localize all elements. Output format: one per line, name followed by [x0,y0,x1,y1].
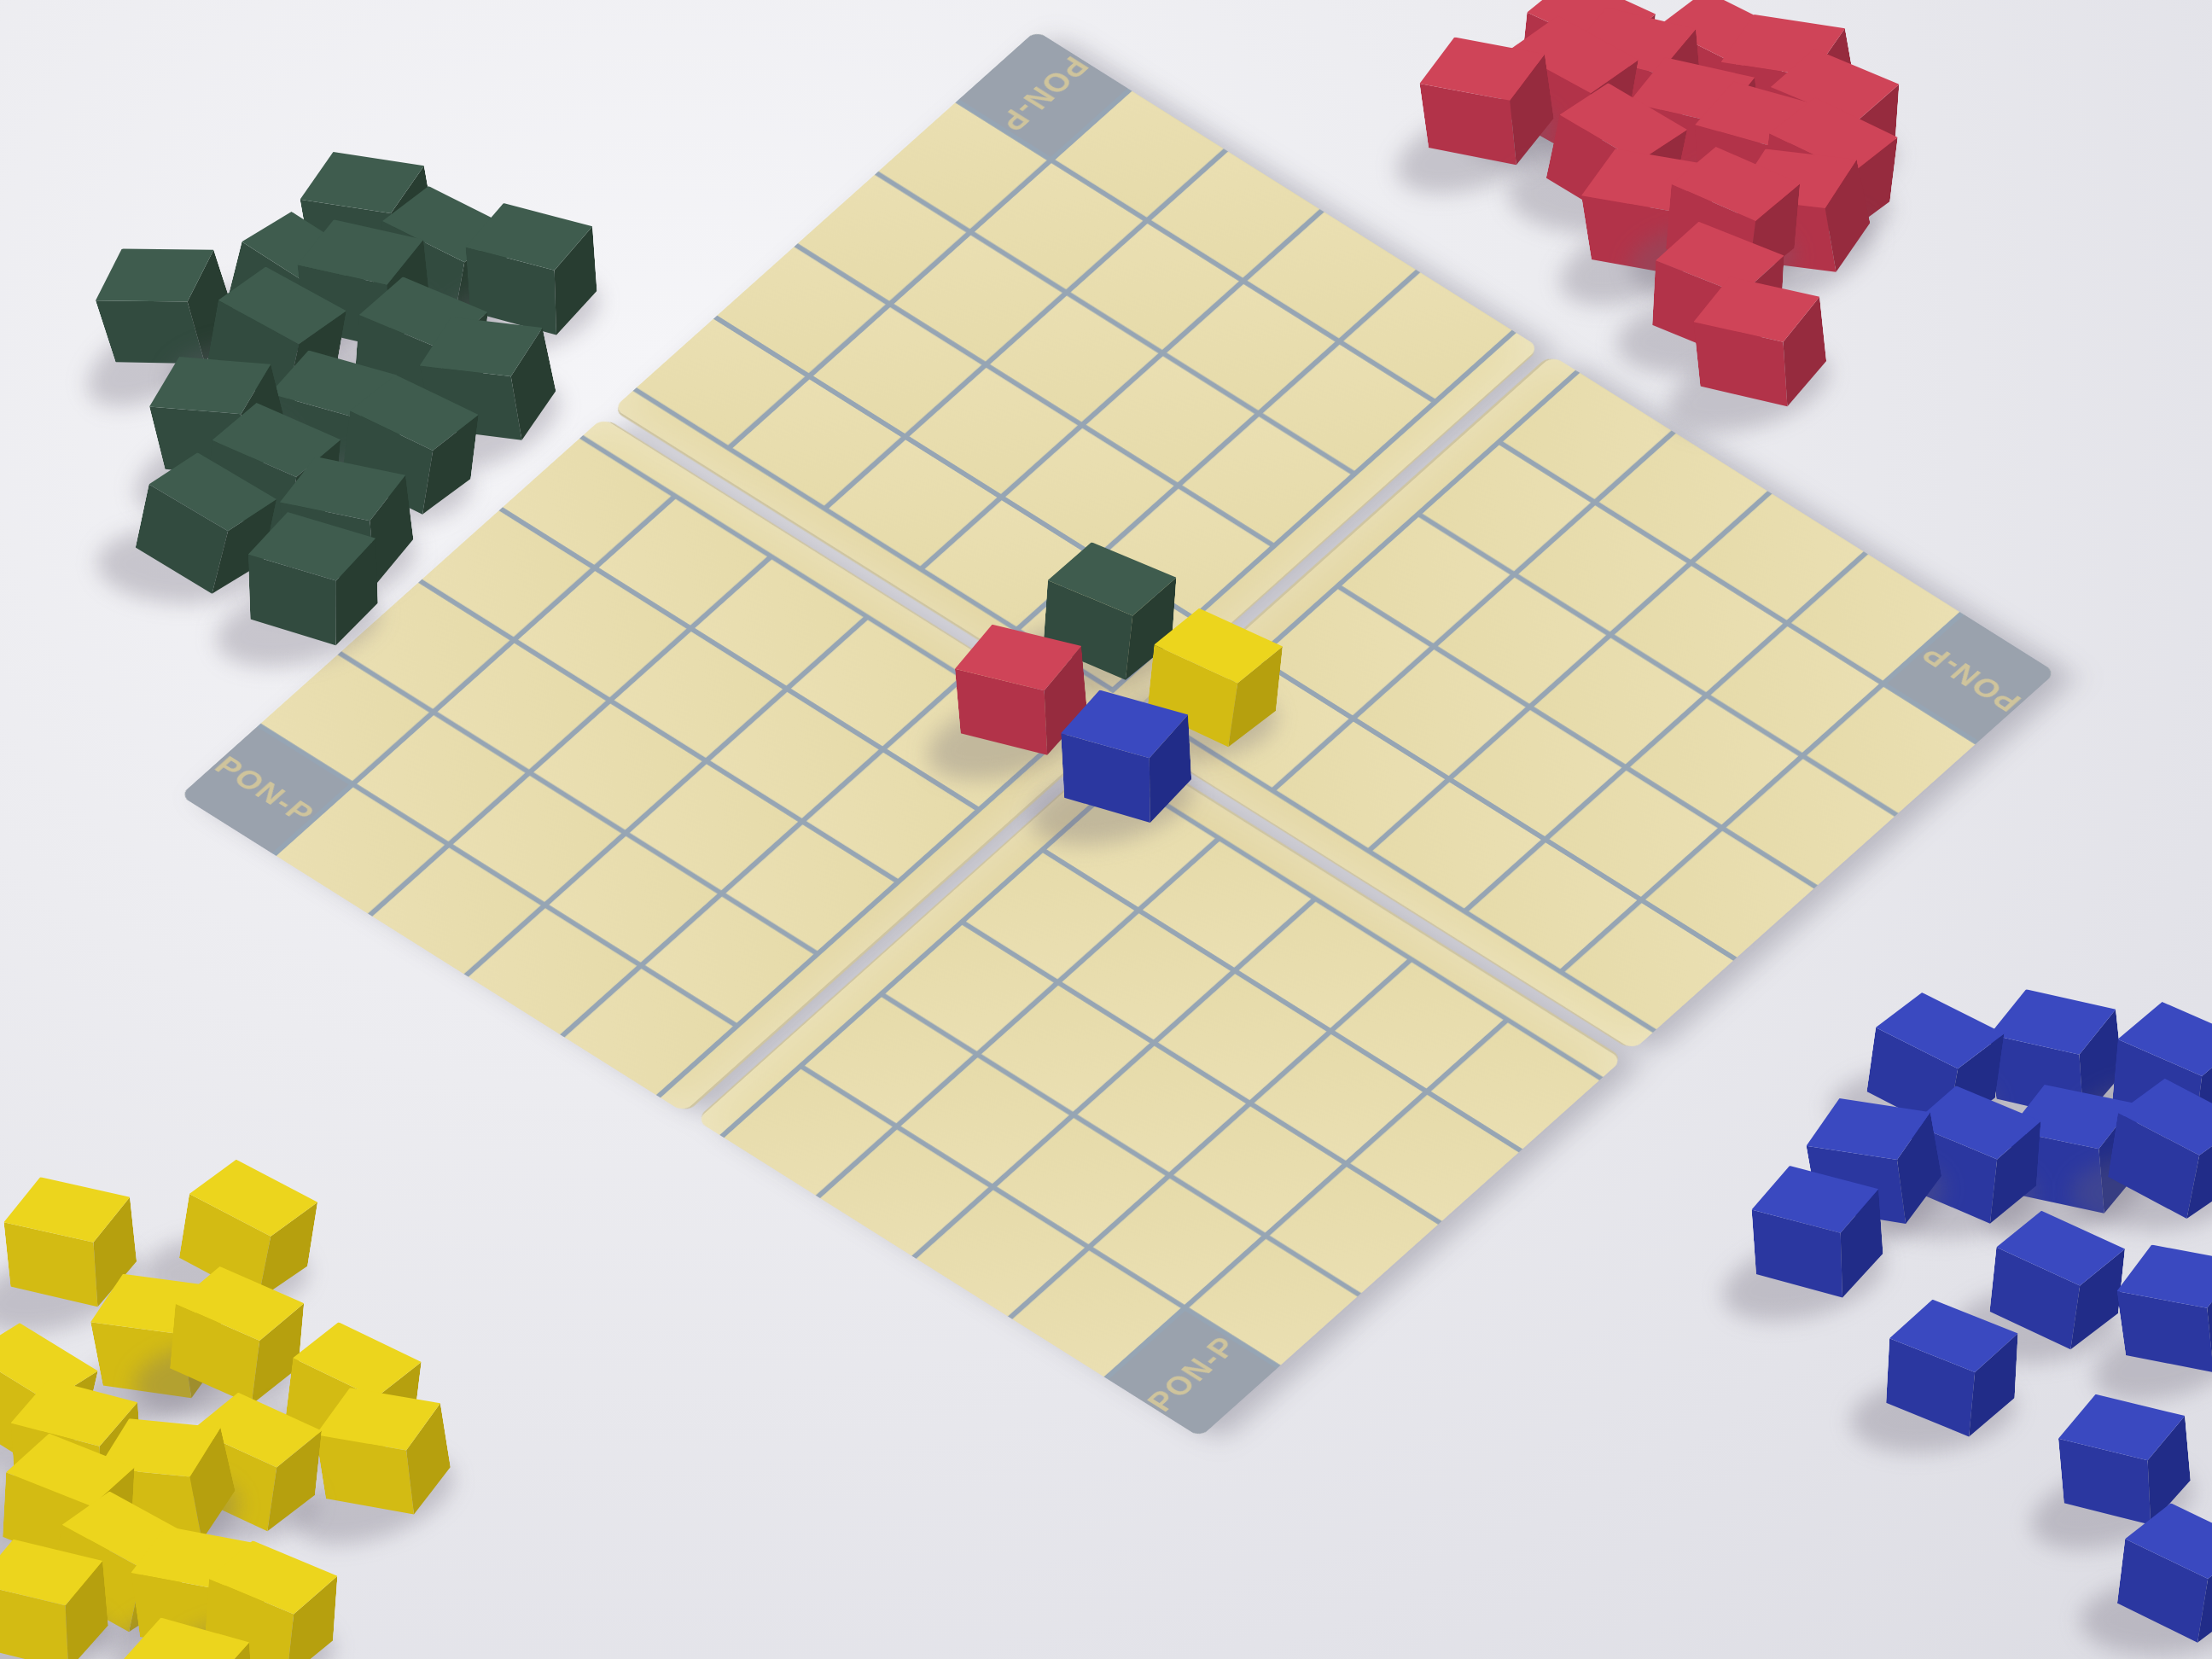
blue-pile-cube[interactable] [1749,1160,1887,1315]
pon-p-label: PON-P [991,51,1095,137]
blue-pile-cube[interactable] [2112,1499,2212,1659]
pon-p-label: PON-P [1914,638,2029,717]
yellow-pile-cube[interactable] [309,1374,458,1539]
cube-face-top [120,1613,256,1659]
pon-p-label: PON-P [207,751,322,829]
yellow-pile-cube[interactable] [120,1613,256,1659]
pon-p-label: PON-P [1140,1331,1244,1417]
blue-pile-cube[interactable] [1884,1297,2020,1451]
green-pile-cube[interactable] [247,509,380,660]
red-pile-cube[interactable] [1689,268,1831,428]
blue-cube-on-board[interactable] [1059,685,1195,839]
table-scene: PON-P PON-P PON-P PON-P [0,0,2212,1659]
yellow-pile-cube[interactable] [0,1532,113,1659]
blue-pile-cube[interactable] [2111,1232,2212,1395]
